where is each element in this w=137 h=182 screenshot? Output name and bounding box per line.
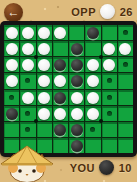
board-cell-g7[interactable]	[102, 122, 117, 137]
white-piece	[38, 43, 50, 55]
black-disc-icon	[99, 160, 114, 175]
white-piece	[71, 92, 83, 104]
board-cell-c5[interactable]	[37, 90, 52, 105]
board-cell-e1[interactable]	[69, 25, 84, 40]
board-cell-e5[interactable]	[69, 90, 84, 105]
board-cell-h7[interactable]	[118, 122, 133, 137]
white-piece	[38, 92, 50, 104]
board-cell-c6[interactable]	[37, 106, 52, 121]
board-cell-h3[interactable]	[118, 57, 133, 72]
white-piece	[38, 75, 50, 87]
board-cell-b1[interactable]	[20, 25, 35, 40]
othello-game-screen: ← OPP 26 YOU 10	[0, 0, 137, 182]
white-piece	[6, 27, 18, 39]
legal-move-hint	[107, 111, 112, 116]
board-star-point	[99, 55, 103, 59]
board-cell-g4[interactable]	[102, 73, 117, 88]
legal-move-hint	[107, 95, 112, 100]
board-cell-b6[interactable]	[20, 106, 35, 121]
legal-move-hint	[123, 62, 128, 67]
white-piece	[22, 92, 34, 104]
board-cell-g6[interactable]	[102, 106, 117, 121]
white-piece	[22, 59, 34, 71]
white-piece	[54, 75, 66, 87]
board-cell-e3[interactable]	[69, 57, 84, 72]
board-cell-a3[interactable]	[4, 57, 19, 72]
white-piece	[87, 92, 99, 104]
white-piece	[103, 43, 115, 55]
board-star-point	[34, 55, 38, 59]
legal-move-hint	[25, 127, 30, 132]
board-frame	[0, 21, 137, 157]
board-cell-h5[interactable]	[118, 90, 133, 105]
white-piece	[54, 27, 66, 39]
white-piece	[38, 59, 50, 71]
board-cell-h6[interactable]	[118, 106, 133, 121]
board-cell-b5[interactable]	[20, 90, 35, 105]
black-piece	[71, 140, 83, 152]
board-cell-d5[interactable]	[53, 90, 68, 105]
board-cell-d1[interactable]	[53, 25, 68, 40]
white-piece	[22, 43, 34, 55]
board-cell-g5[interactable]	[102, 90, 117, 105]
legal-move-hint	[25, 78, 30, 83]
white-piece	[54, 108, 66, 120]
board-cell-e6[interactable]	[69, 106, 84, 121]
board-cell-a7[interactable]	[4, 122, 19, 137]
board-cell-g3[interactable]	[102, 57, 117, 72]
you-label: YOU	[70, 162, 95, 174]
board-grid	[4, 25, 133, 153]
board-cell-a2[interactable]	[4, 41, 19, 56]
white-piece	[87, 59, 99, 71]
black-piece	[71, 59, 83, 71]
black-piece	[71, 43, 83, 55]
white-piece	[87, 108, 99, 120]
legal-move-hint	[9, 95, 14, 100]
black-piece	[6, 108, 18, 120]
board-star-point	[34, 119, 38, 123]
legal-move-hint	[90, 127, 95, 132]
board-cell-h4[interactable]	[118, 73, 133, 88]
white-piece	[38, 108, 50, 120]
board-cell-g1[interactable]	[102, 25, 117, 40]
white-piece	[22, 27, 34, 39]
white-piece	[119, 43, 131, 55]
board-cell-a1[interactable]	[4, 25, 19, 40]
legal-move-hint	[123, 30, 128, 35]
board-cell-f8[interactable]	[85, 138, 100, 153]
board-cell-f3[interactable]	[85, 57, 100, 72]
board-cell-d4[interactable]	[53, 73, 68, 88]
board-cell-a5[interactable]	[4, 90, 19, 105]
board-cell-f2[interactable]	[85, 41, 100, 56]
you-score: 10	[118, 162, 132, 174]
board-cell-c3[interactable]	[37, 57, 52, 72]
board-cell-a6[interactable]	[4, 106, 19, 121]
opp-score: 26	[119, 6, 133, 18]
board-cell-c7[interactable]	[37, 122, 52, 137]
player-score-panel: YOU 10	[70, 160, 132, 175]
white-piece	[6, 43, 18, 55]
white-piece	[103, 59, 115, 71]
board-cell-f7[interactable]	[85, 122, 100, 137]
white-disc-icon	[100, 4, 115, 19]
board-cell-h2[interactable]	[118, 41, 133, 56]
white-piece	[6, 75, 18, 87]
board-cell-d3[interactable]	[53, 57, 68, 72]
board-cell-f4[interactable]	[85, 73, 100, 88]
white-piece	[6, 59, 18, 71]
board-cell-f5[interactable]	[85, 90, 100, 105]
board-cell-d7[interactable]	[53, 122, 68, 137]
black-piece	[54, 92, 66, 104]
legal-move-hint	[107, 78, 112, 83]
cat-avatar	[0, 145, 56, 182]
board-cell-g2[interactable]	[102, 41, 117, 56]
black-piece	[87, 27, 99, 39]
opp-label: OPP	[71, 6, 96, 18]
board-cell-b2[interactable]	[20, 41, 35, 56]
back-arrow-icon: ←	[8, 5, 20, 19]
opponent-score-panel: OPP 26	[71, 4, 133, 19]
black-piece	[71, 124, 83, 136]
back-button[interactable]: ←	[4, 3, 23, 22]
board-star-point	[99, 119, 103, 123]
board-cell-e8[interactable]	[69, 138, 84, 153]
black-piece	[71, 75, 83, 87]
board-cell-f1[interactable]	[85, 25, 100, 40]
board-cell-b7[interactable]	[20, 122, 35, 137]
board-cell-c1[interactable]	[37, 25, 52, 40]
white-piece	[38, 27, 50, 39]
board-cell-h8[interactable]	[118, 138, 133, 153]
board-cell-h1[interactable]	[118, 25, 133, 40]
board-cell-e4[interactable]	[69, 73, 84, 88]
board-cell-b4[interactable]	[20, 73, 35, 88]
board-cell-d2[interactable]	[53, 41, 68, 56]
board-cell-c2[interactable]	[37, 41, 52, 56]
white-piece	[87, 75, 99, 87]
white-piece	[71, 108, 83, 120]
board-cell-e2[interactable]	[69, 41, 84, 56]
board-cell-f6[interactable]	[85, 106, 100, 121]
board-cell-b3[interactable]	[20, 57, 35, 72]
legal-move-hint	[25, 111, 30, 116]
board-cell-d6[interactable]	[53, 106, 68, 121]
board-cell-g8[interactable]	[102, 138, 117, 153]
black-piece	[54, 59, 66, 71]
board-cell-c4[interactable]	[37, 73, 52, 88]
board-cell-e7[interactable]	[69, 122, 84, 137]
board-cell-a4[interactable]	[4, 73, 19, 88]
black-piece	[54, 124, 66, 136]
